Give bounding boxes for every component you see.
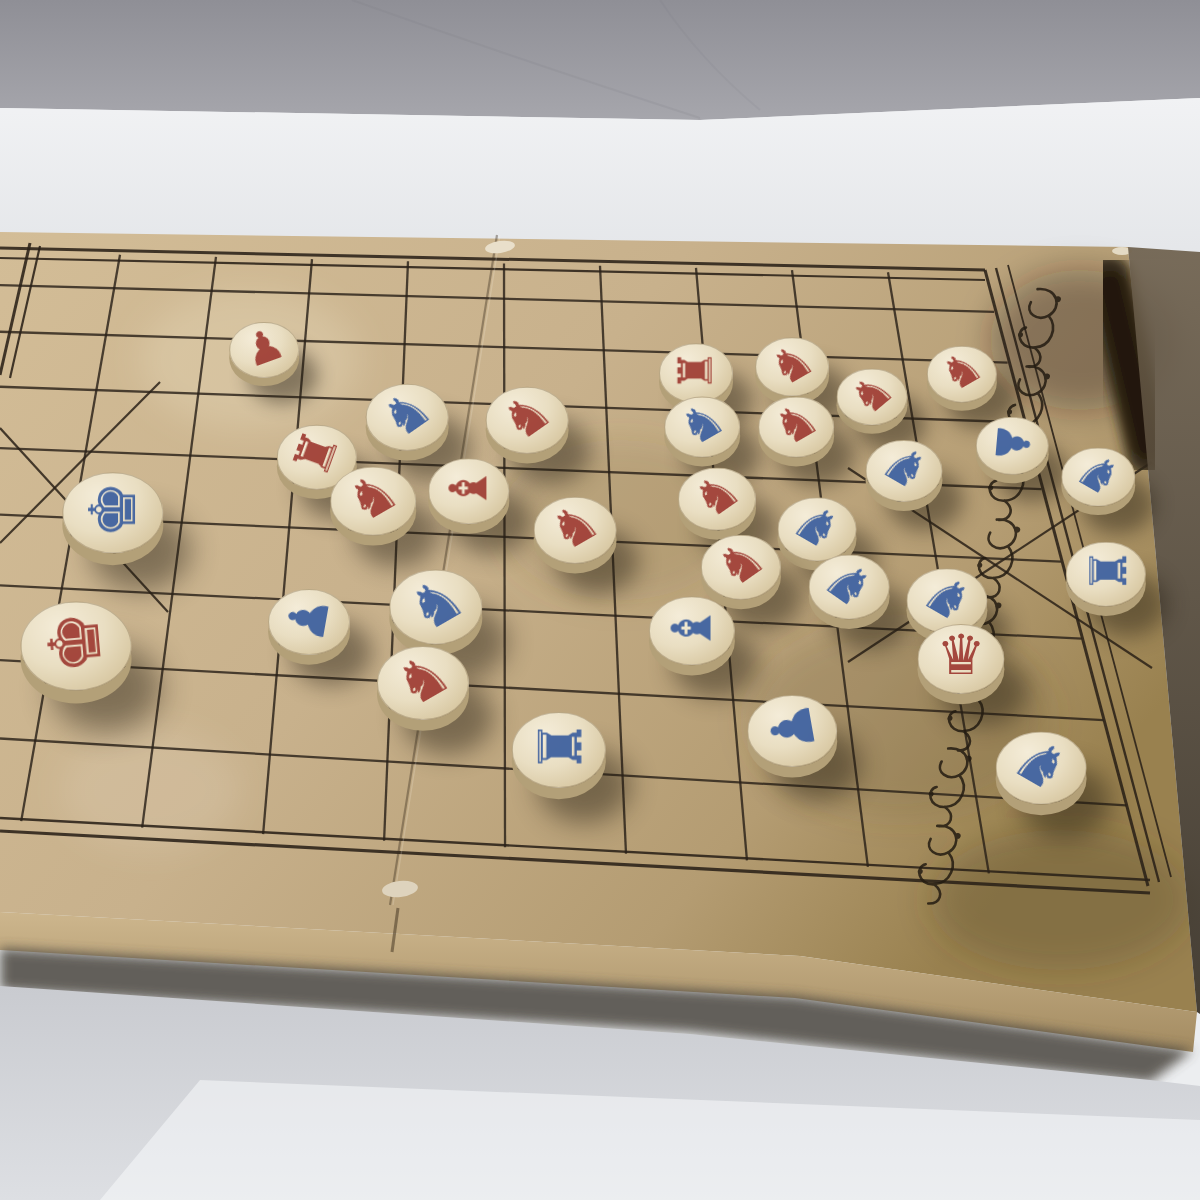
piece-blue-knight[interactable]: ♞ xyxy=(1061,447,1135,506)
knight-glyph: ♞ xyxy=(816,550,883,618)
knight-glyph: ♞ xyxy=(541,492,608,561)
knight-glyph: ♞ xyxy=(373,379,442,449)
bishop-glyph: ♝ xyxy=(443,465,495,511)
knight-glyph: ♞ xyxy=(338,462,407,533)
knight-glyph: ♞ xyxy=(386,641,461,718)
knight-glyph: ♞ xyxy=(842,364,902,424)
pawn-glyph: ♟ xyxy=(238,320,290,375)
knight-glyph: ♞ xyxy=(398,564,474,642)
piece-blue-knight[interactable]: ♞ xyxy=(809,554,890,619)
knight-glyph: ♞ xyxy=(762,334,822,395)
king-glyph: ♚ xyxy=(38,607,114,676)
knight-glyph: ♞ xyxy=(1068,444,1127,505)
king-glyph: ♚ xyxy=(81,480,146,538)
piece-blue-knight[interactable]: ♞ xyxy=(366,384,449,451)
piece-red-queen[interactable]: ♛ xyxy=(917,624,1004,694)
knight-glyph: ♞ xyxy=(914,564,980,632)
queen-glyph: ♛ xyxy=(936,628,986,683)
rook-glyph: ♜ xyxy=(285,424,348,484)
knight-glyph: ♞ xyxy=(685,463,750,529)
piece-blue-rook[interactable]: ♜ xyxy=(1066,542,1146,607)
piece-red-knight[interactable]: ♞ xyxy=(486,387,569,454)
piece-red-bishop[interactable]: ♝ xyxy=(428,458,509,524)
knight-glyph: ♞ xyxy=(934,342,991,400)
bishop-glyph: ♝ xyxy=(665,603,720,652)
pawn-glyph: ♟ xyxy=(279,591,338,646)
photo-stage: ♚♚♟♞♞♜♞♝♞♟♞♞♜♜♞♞♞♞♞♞♟♞♞♞♞♞♞♜♝♛♟♞ xyxy=(0,0,1200,1200)
piece-red-knight[interactable]: ♞ xyxy=(377,646,469,720)
board: ♚♚♟♞♞♜♞♝♞♟♞♞♜♜♞♞♞♞♞♞♟♞♞♞♞♞♞♜♝♛♟♞ xyxy=(0,0,1200,1200)
knight-glyph: ♞ xyxy=(671,393,732,456)
piece-red-knight[interactable]: ♞ xyxy=(534,497,617,564)
knight-glyph: ♞ xyxy=(1004,727,1078,803)
pawn-glyph: ♟ xyxy=(987,421,1036,466)
piece-red-knight[interactable]: ♞ xyxy=(927,346,997,403)
piece-blue-bishop[interactable]: ♝ xyxy=(649,596,735,665)
piece-red-knight[interactable]: ♞ xyxy=(678,468,756,531)
knight-glyph: ♞ xyxy=(873,436,935,500)
piece-red-knight[interactable]: ♞ xyxy=(701,535,781,600)
piece-blue-knight[interactable]: ♞ xyxy=(865,440,942,502)
piece-blue-king[interactable]: ♚ xyxy=(62,472,163,553)
rook-glyph: ♜ xyxy=(1081,548,1132,594)
piece-red-knight[interactable]: ♞ xyxy=(755,337,829,396)
piece-blue-pawn[interactable]: ♟ xyxy=(976,417,1049,475)
piece-blue-knight[interactable]: ♞ xyxy=(389,569,482,644)
knight-glyph: ♞ xyxy=(493,382,562,452)
pawn-glyph: ♟ xyxy=(760,698,825,758)
piece-red-pawn[interactable]: ♟ xyxy=(229,322,299,378)
knight-glyph: ♞ xyxy=(708,530,774,598)
piece-blue-rook[interactable]: ♜ xyxy=(512,712,606,788)
piece-red-knight[interactable]: ♞ xyxy=(758,397,834,458)
rook-glyph: ♜ xyxy=(529,719,589,773)
piece-blue-pawn[interactable]: ♟ xyxy=(268,589,350,655)
knight-glyph: ♞ xyxy=(765,393,826,456)
piece-red-knight[interactable]: ♞ xyxy=(330,467,416,536)
piece-red-knight[interactable]: ♞ xyxy=(836,368,907,425)
rook-glyph: ♜ xyxy=(673,349,720,391)
piece-blue-knight[interactable]: ♞ xyxy=(664,397,740,458)
knight-glyph: ♞ xyxy=(785,493,849,559)
piece-blue-pawn[interactable]: ♟ xyxy=(747,695,837,767)
piece-blue-knight[interactable]: ♞ xyxy=(996,731,1087,804)
piece-red-king[interactable]: ♚ xyxy=(21,601,132,690)
